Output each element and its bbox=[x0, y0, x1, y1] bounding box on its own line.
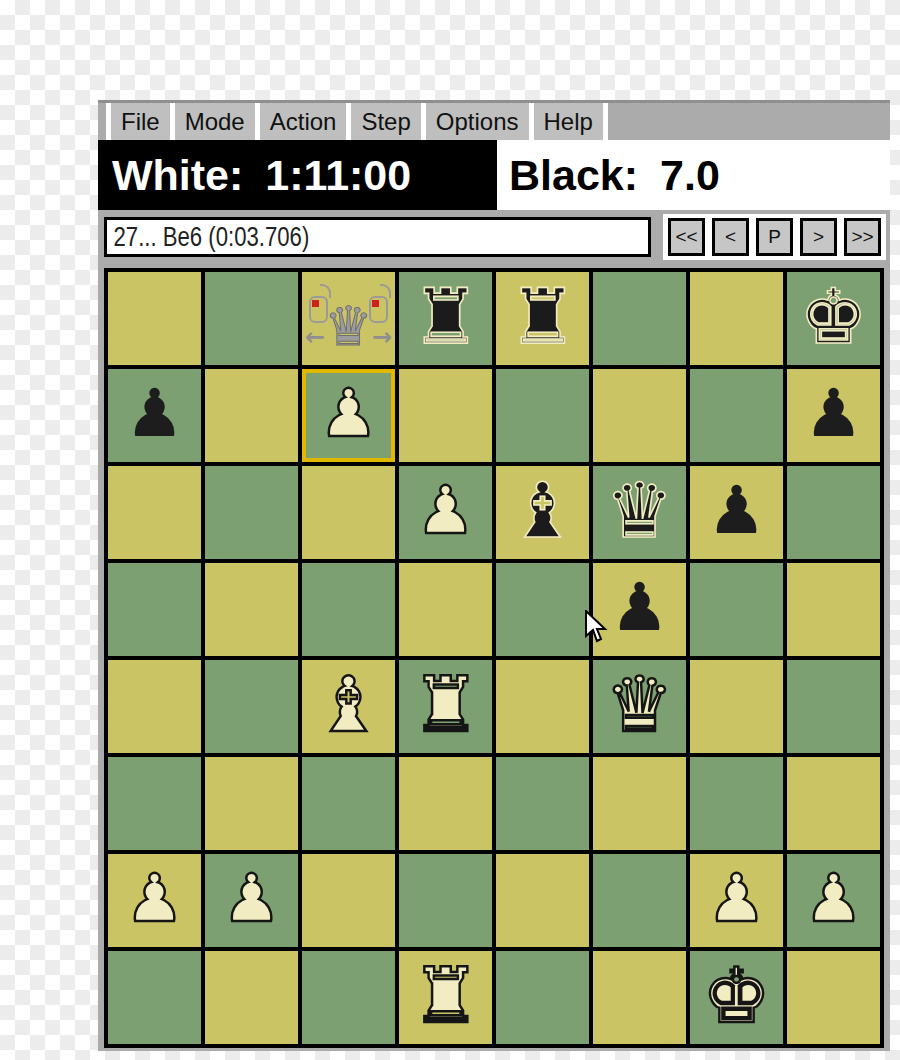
square-a3[interactable] bbox=[108, 757, 201, 850]
white-clock: White: 1:11:00 bbox=[98, 140, 497, 210]
piece-white-rook[interactable]: ♜ bbox=[411, 949, 479, 1042]
square-e7[interactable] bbox=[496, 369, 589, 462]
menu-file-label: File bbox=[121, 108, 160, 136]
chess-board: ♛←→♜♜♚♟♟♟♟♝♛♟♟♝♜♛♟♟♟♟♜♚ bbox=[104, 268, 884, 1048]
clock-row: White: 1:11:00 Black: 7.0 bbox=[98, 140, 890, 210]
square-b4[interactable] bbox=[205, 660, 298, 753]
menu-file[interactable]: File bbox=[106, 103, 170, 140]
square-d6[interactable]: ♟ bbox=[399, 466, 492, 559]
menu-mode-label: Mode bbox=[185, 108, 245, 136]
menu-action-label: Action bbox=[270, 108, 337, 136]
piece-white-rook[interactable]: ♜ bbox=[411, 658, 479, 751]
square-e5[interactable] bbox=[496, 563, 589, 656]
square-h2[interactable]: ♟ bbox=[787, 854, 880, 947]
square-g5[interactable] bbox=[690, 563, 783, 656]
piece-white-pawn[interactable]: ♟ bbox=[804, 852, 863, 945]
piece-white-pawn[interactable]: ♟ bbox=[416, 464, 475, 557]
square-f1[interactable] bbox=[593, 951, 686, 1044]
menu-help[interactable]: Help bbox=[529, 103, 608, 140]
arrow-left-icon: ← bbox=[305, 325, 325, 349]
piece-white-bishop[interactable]: ♝ bbox=[314, 658, 382, 751]
piece-black-pawn[interactable]: ♟ bbox=[707, 464, 766, 557]
square-e1[interactable] bbox=[496, 951, 589, 1044]
square-e3[interactable] bbox=[496, 757, 589, 850]
square-c5[interactable] bbox=[302, 563, 395, 656]
piece-black-rook[interactable]: ♜ bbox=[508, 270, 576, 363]
square-b8[interactable] bbox=[205, 272, 298, 365]
square-d8[interactable]: ♜ bbox=[399, 272, 492, 365]
square-g7[interactable] bbox=[690, 369, 783, 462]
square-h7[interactable]: ♟ bbox=[787, 369, 880, 462]
square-f7[interactable] bbox=[593, 369, 686, 462]
square-c1[interactable] bbox=[302, 951, 395, 1044]
square-e6[interactable]: ♝ bbox=[496, 466, 589, 559]
piece-black-rook[interactable]: ♜ bbox=[411, 270, 479, 363]
message-row: 27... Be6 (0:03.706) << < P > >> bbox=[98, 212, 890, 262]
piece-white-pawn[interactable]: ♟ bbox=[125, 852, 184, 945]
square-c6[interactable] bbox=[302, 466, 395, 559]
pause-button[interactable]: P bbox=[756, 218, 793, 256]
menu-bar: File Mode Action Step Options Help bbox=[98, 100, 890, 140]
black-clock-time: 7.0 bbox=[660, 151, 720, 200]
square-c7[interactable]: ♟ bbox=[302, 369, 395, 462]
square-h5[interactable] bbox=[787, 563, 880, 656]
square-c8[interactable]: ♛←→ bbox=[302, 272, 395, 365]
move-message-field[interactable]: 27... Be6 (0:03.706) bbox=[104, 217, 651, 257]
right-mouse-icon bbox=[369, 296, 388, 323]
move-message-text: 27... Be6 (0:03.706) bbox=[107, 222, 309, 253]
square-g2[interactable]: ♟ bbox=[690, 854, 783, 947]
square-f8[interactable] bbox=[593, 272, 686, 365]
square-b2[interactable]: ♟ bbox=[205, 854, 298, 947]
square-a7[interactable]: ♟ bbox=[108, 369, 201, 462]
piece-white-pawn[interactable]: ♟ bbox=[319, 367, 378, 460]
square-d3[interactable] bbox=[399, 757, 492, 850]
piece-black-queen[interactable]: ♛ bbox=[605, 464, 673, 557]
square-a8[interactable] bbox=[108, 272, 201, 365]
square-a2[interactable]: ♟ bbox=[108, 854, 201, 947]
piece-white-pawn[interactable]: ♟ bbox=[222, 852, 281, 945]
square-b7[interactable] bbox=[205, 369, 298, 462]
menu-step[interactable]: Step bbox=[346, 103, 420, 140]
square-g1[interactable]: ♚ bbox=[690, 951, 783, 1044]
square-d2[interactable] bbox=[399, 854, 492, 947]
menu-help-label: Help bbox=[544, 108, 593, 136]
step-back-button[interactable]: < bbox=[712, 218, 749, 256]
square-g4[interactable] bbox=[690, 660, 783, 753]
square-c2[interactable] bbox=[302, 854, 395, 947]
square-a4[interactable] bbox=[108, 660, 201, 753]
menu-options-label: Options bbox=[436, 108, 519, 136]
square-h3[interactable] bbox=[787, 757, 880, 850]
square-h4[interactable] bbox=[787, 660, 880, 753]
square-b5[interactable] bbox=[205, 563, 298, 656]
square-b1[interactable] bbox=[205, 951, 298, 1044]
square-a1[interactable] bbox=[108, 951, 201, 1044]
square-c3[interactable] bbox=[302, 757, 395, 850]
square-c4[interactable]: ♝ bbox=[302, 660, 395, 753]
piece-black-pawn[interactable]: ♟ bbox=[610, 561, 669, 654]
arrow-right-icon: → bbox=[372, 325, 392, 349]
square-e4[interactable] bbox=[496, 660, 589, 753]
square-e8[interactable]: ♜ bbox=[496, 272, 589, 365]
square-h1[interactable] bbox=[787, 951, 880, 1044]
step-forward-button[interactable]: > bbox=[800, 218, 837, 256]
menu-action[interactable]: Action bbox=[255, 103, 347, 140]
mouse-cursor bbox=[585, 610, 611, 644]
square-d1[interactable]: ♜ bbox=[399, 951, 492, 1044]
piece-black-pawn[interactable]: ♟ bbox=[125, 367, 184, 460]
piece-black-pawn[interactable]: ♟ bbox=[804, 367, 863, 460]
nav-button-strip: << < P > >> bbox=[663, 214, 886, 260]
square-h8[interactable]: ♚ bbox=[787, 272, 880, 365]
menu-options[interactable]: Options bbox=[421, 103, 529, 140]
white-clock-time: 1:11:00 bbox=[265, 151, 411, 200]
square-a6[interactable] bbox=[108, 466, 201, 559]
square-f4[interactable]: ♛ bbox=[593, 660, 686, 753]
square-d5[interactable] bbox=[399, 563, 492, 656]
piece-white-king[interactable]: ♚ bbox=[702, 949, 770, 1042]
square-f6[interactable]: ♛ bbox=[593, 466, 686, 559]
square-g8[interactable] bbox=[690, 272, 783, 365]
square-a5[interactable] bbox=[108, 563, 201, 656]
square-g6[interactable]: ♟ bbox=[690, 466, 783, 559]
square-d7[interactable] bbox=[399, 369, 492, 462]
menu-mode[interactable]: Mode bbox=[170, 103, 255, 140]
white-clock-label: White: bbox=[112, 151, 243, 200]
square-e2[interactable] bbox=[496, 854, 589, 947]
square-b6[interactable] bbox=[205, 466, 298, 559]
menu-step-label: Step bbox=[361, 108, 410, 136]
square-b3[interactable] bbox=[205, 757, 298, 850]
square-d4[interactable]: ♜ bbox=[399, 660, 492, 753]
square-g3[interactable] bbox=[690, 757, 783, 850]
square-f3[interactable] bbox=[593, 757, 686, 850]
piece-black-king[interactable]: ♚ bbox=[799, 270, 867, 363]
square-f2[interactable] bbox=[593, 854, 686, 947]
black-clock-label: Black: bbox=[509, 151, 638, 200]
piece-white-queen[interactable]: ♛ bbox=[605, 658, 673, 751]
piece-white-pawn[interactable]: ♟ bbox=[707, 852, 766, 945]
piece-selection-hint-overlay: ♛←→ bbox=[302, 272, 395, 365]
xboard-window: File Mode Action Step Options Help White… bbox=[98, 100, 890, 1051]
forward-to-end-button[interactable]: >> bbox=[844, 218, 881, 256]
square-h6[interactable] bbox=[787, 466, 880, 559]
black-clock: Black: 7.0 bbox=[497, 140, 890, 210]
piece-black-bishop[interactable]: ♝ bbox=[508, 464, 576, 557]
rewind-to-start-button[interactable]: << bbox=[668, 218, 705, 256]
left-mouse-icon bbox=[309, 296, 328, 323]
